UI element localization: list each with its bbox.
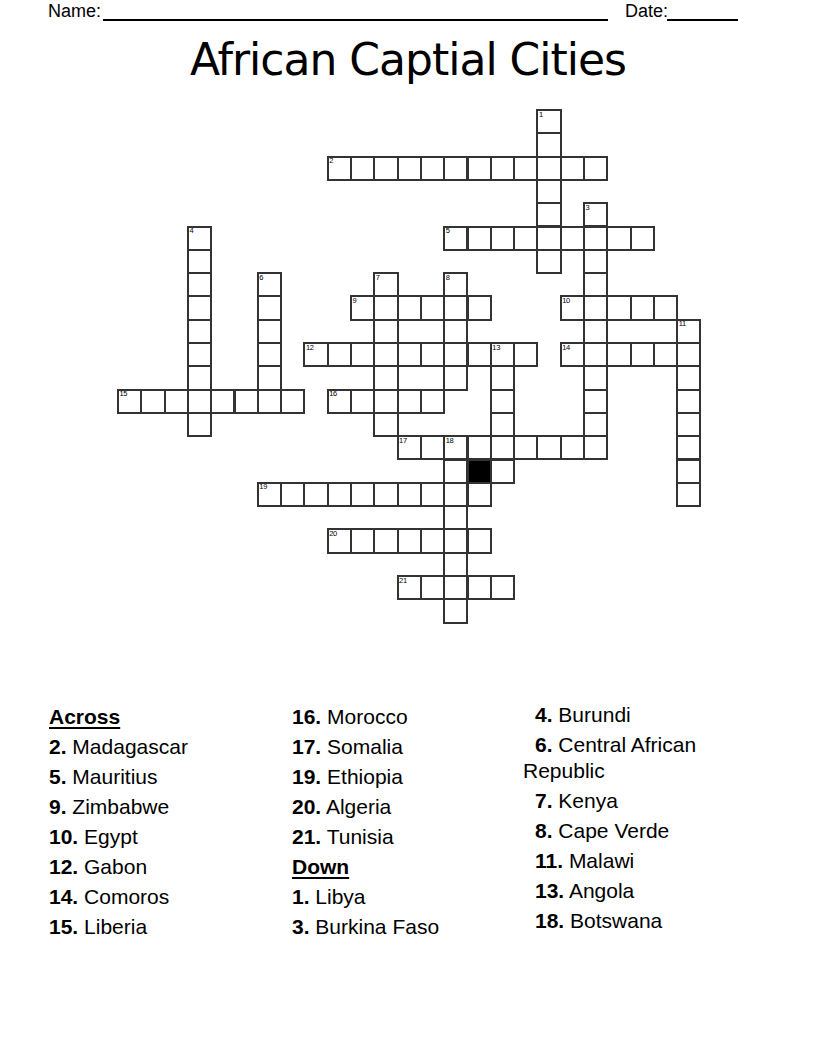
grid-cell-r18c10[interactable] bbox=[351, 529, 374, 552]
grid-cell-r5c21[interactable] bbox=[607, 227, 630, 250]
clue-across-16: 16. Morocco bbox=[292, 702, 517, 732]
grid-cell-r2c9[interactable]: 2 bbox=[328, 157, 351, 180]
grid-cell-r8c11[interactable] bbox=[374, 296, 397, 319]
grid-cell-r8c19[interactable]: 10 bbox=[561, 296, 584, 319]
grid-cell-r2c10[interactable] bbox=[351, 157, 374, 180]
grid-cell-r9c11[interactable] bbox=[374, 320, 397, 343]
clue-across-14: 14. Comoros bbox=[49, 882, 284, 912]
grid-cell-r12c12[interactable] bbox=[398, 390, 421, 413]
grid-cell-r12c5[interactable] bbox=[235, 390, 258, 413]
grid-cell-r10c10[interactable] bbox=[351, 343, 374, 366]
grid-cell-r2c17[interactable] bbox=[514, 157, 537, 180]
grid-cell-r10c14[interactable] bbox=[444, 343, 467, 366]
grid-cell-r2c11[interactable] bbox=[374, 157, 397, 180]
grid-cell-r12c2[interactable] bbox=[165, 390, 188, 413]
clue-down-6: 6. Central African Republic bbox=[523, 732, 698, 784]
grid-cell-r20c15[interactable] bbox=[468, 576, 491, 599]
grid-cell-r16c6[interactable]: 19 bbox=[258, 483, 281, 506]
grid-cell-r8c13[interactable] bbox=[421, 296, 444, 319]
clue-column-3: 4. Burundi6. Central African Republic7. … bbox=[523, 702, 698, 938]
cell-number-12: 12 bbox=[306, 344, 314, 352]
grid-cell-r11c11[interactable] bbox=[374, 366, 397, 389]
grid-cell-r8c6[interactable] bbox=[258, 296, 281, 319]
grid-cell-r9c24[interactable]: 11 bbox=[677, 320, 700, 343]
clue-across-21: 21. Tunisia bbox=[292, 822, 517, 852]
grid-cell-r11c20[interactable] bbox=[584, 366, 607, 389]
cell-number-21: 21 bbox=[399, 577, 407, 585]
grid-cell-r8c21[interactable] bbox=[607, 296, 630, 319]
grid-cell-r14c12[interactable]: 17 bbox=[398, 436, 421, 459]
grid-cell-r7c11[interactable]: 7 bbox=[374, 273, 397, 296]
grid-cell-r15c14[interactable] bbox=[444, 460, 467, 483]
grid-cell-r10c8[interactable]: 12 bbox=[304, 343, 327, 366]
grid-cell-r10c3[interactable] bbox=[188, 343, 211, 366]
grid-cell-r10c11[interactable] bbox=[374, 343, 397, 366]
grid-cell-r5c15[interactable] bbox=[468, 227, 491, 250]
grid-cell-r17c14[interactable] bbox=[444, 506, 467, 529]
grid-cell-r12c11[interactable] bbox=[374, 390, 397, 413]
grid-cell-r10c24[interactable] bbox=[677, 343, 700, 366]
clue-down-18: 18. Botswana bbox=[523, 908, 698, 934]
grid-cell-r20c13[interactable] bbox=[421, 576, 444, 599]
grid-cell-r3c18[interactable] bbox=[537, 180, 560, 203]
grid-cell-r12c7[interactable] bbox=[281, 390, 304, 413]
grid-cell-r8c20[interactable] bbox=[584, 296, 607, 319]
grid-cell-r7c20[interactable] bbox=[584, 273, 607, 296]
clue-down-4: 4. Burundi bbox=[523, 702, 698, 728]
grid-cell-r8c22[interactable] bbox=[631, 296, 654, 319]
clue-across-5: 5. Mauritius bbox=[49, 762, 284, 792]
name-blank-line[interactable] bbox=[103, 0, 608, 21]
grid-cell-r2c16[interactable] bbox=[491, 157, 514, 180]
cell-number-20: 20 bbox=[329, 530, 337, 538]
grid-cell-r12c16[interactable] bbox=[491, 390, 514, 413]
cell-number-2: 2 bbox=[329, 157, 333, 165]
cell-number-8: 8 bbox=[446, 274, 450, 282]
grid-cell-r21c14[interactable] bbox=[444, 599, 467, 622]
date-label: Date: bbox=[625, 1, 668, 21]
grid-cell-r16c14[interactable] bbox=[444, 483, 467, 506]
grid-cell-r12c4[interactable] bbox=[211, 390, 234, 413]
grid-cell-r9c6[interactable] bbox=[258, 320, 281, 343]
grid-cell-r12c1[interactable] bbox=[141, 390, 164, 413]
grid-cell-r18c12[interactable] bbox=[398, 529, 421, 552]
grid-cell-r13c3[interactable] bbox=[188, 413, 211, 436]
clue-down-8: 8. Cape Verde bbox=[523, 818, 698, 844]
grid-cell-r2c20[interactable] bbox=[584, 157, 607, 180]
grid-cell-r14c16[interactable] bbox=[491, 436, 514, 459]
cell-number-1: 1 bbox=[539, 111, 543, 119]
grid-cell-r14c18[interactable] bbox=[537, 436, 560, 459]
grid-cell-r8c14[interactable] bbox=[444, 296, 467, 319]
grid-cell-r5c19[interactable] bbox=[561, 227, 584, 250]
cell-number-5: 5 bbox=[446, 227, 450, 235]
grid-cell-r19c14[interactable] bbox=[444, 553, 467, 576]
grid-cell-r12c6[interactable] bbox=[258, 390, 281, 413]
grid-cell-r10c21[interactable] bbox=[607, 343, 630, 366]
cell-number-15: 15 bbox=[120, 390, 128, 398]
grid-cell-r15c24[interactable] bbox=[677, 460, 700, 483]
grid-cell-r0c18[interactable]: 1 bbox=[537, 110, 560, 133]
grid-cell-r20c14[interactable] bbox=[444, 576, 467, 599]
grid-cell-r16c12[interactable] bbox=[398, 483, 421, 506]
grid-cell-r6c3[interactable] bbox=[188, 250, 211, 273]
grid-cell-r12c3[interactable] bbox=[188, 390, 211, 413]
cell-number-7: 7 bbox=[376, 274, 380, 282]
clue-across-2: 2. Madagascar bbox=[49, 732, 284, 762]
crossword-grid: 123456789101112131415161718192021 bbox=[118, 110, 701, 623]
grid-cell-r13c24[interactable] bbox=[677, 413, 700, 436]
grid-cell-r8c15[interactable] bbox=[468, 296, 491, 319]
grid-cell-r11c16[interactable] bbox=[491, 366, 514, 389]
clue-across-19: 19. Ethiopia bbox=[292, 762, 517, 792]
clue-across-20: 20. Algeria bbox=[292, 792, 517, 822]
grid-cell-r12c13[interactable] bbox=[421, 390, 444, 413]
cell-number-19: 19 bbox=[259, 483, 267, 491]
grid-cell-r9c3[interactable] bbox=[188, 320, 211, 343]
grid-cell-r2c18[interactable] bbox=[537, 157, 560, 180]
grid-cell-r18c9[interactable]: 20 bbox=[328, 529, 351, 552]
grid-cell-r10c6[interactable] bbox=[258, 343, 281, 366]
grid-cell-r14c19[interactable] bbox=[561, 436, 584, 459]
grid-cell-r18c13[interactable] bbox=[421, 529, 444, 552]
grid-cell-r13c20[interactable] bbox=[584, 413, 607, 436]
clue-across-9: 9. Zimbabwe bbox=[49, 792, 284, 822]
grid-cell-r14c15[interactable] bbox=[468, 436, 491, 459]
clue-down-3: 3. Burkina Faso bbox=[292, 912, 517, 942]
grid-cell-r10c9[interactable] bbox=[328, 343, 351, 366]
grid-cell-r14c20[interactable] bbox=[584, 436, 607, 459]
grid-cell-r13c11[interactable] bbox=[374, 413, 397, 436]
grid-cell-r10c16[interactable]: 13 bbox=[491, 343, 514, 366]
cell-number-14: 14 bbox=[562, 344, 570, 352]
page-title: African Captial Cities bbox=[0, 35, 816, 85]
grid-cell-r5c20[interactable] bbox=[584, 227, 607, 250]
grid-cell-r11c3[interactable] bbox=[188, 366, 211, 389]
grid-cell-r16c7[interactable] bbox=[281, 483, 304, 506]
grid-cell-r2c12[interactable] bbox=[398, 157, 421, 180]
grid-cell-r8c3[interactable] bbox=[188, 296, 211, 319]
cell-number-3: 3 bbox=[586, 204, 590, 212]
grid-cell-r16c9[interactable] bbox=[328, 483, 351, 506]
across-heading: Across bbox=[49, 702, 284, 732]
grid-cell-r7c14[interactable]: 8 bbox=[444, 273, 467, 296]
grid-cell-r7c6[interactable]: 6 bbox=[258, 273, 281, 296]
grid-cell-r12c20[interactable] bbox=[584, 390, 607, 413]
date-blank-line[interactable] bbox=[667, 0, 738, 21]
grid-cell-r1c18[interactable] bbox=[537, 133, 560, 156]
clue-column-1: Across2. Madagascar5. Mauritius9. Zimbab… bbox=[49, 702, 284, 942]
clue-down-11: 11. Malawi bbox=[523, 848, 698, 874]
grid-cell-r10c19[interactable]: 14 bbox=[561, 343, 584, 366]
grid-cell-r16c15[interactable] bbox=[468, 483, 491, 506]
grid-cell-r10c22[interactable] bbox=[631, 343, 654, 366]
grid-cell-r16c24[interactable] bbox=[677, 483, 700, 506]
grid-cell-r2c15[interactable] bbox=[468, 157, 491, 180]
grid-cell-r6c18[interactable] bbox=[537, 250, 560, 273]
cell-number-6: 6 bbox=[259, 274, 263, 282]
clue-down-1: 1. Libya bbox=[292, 882, 517, 912]
clue-column-2: 16. Morocco17. Somalia19. Ethiopia20. Al… bbox=[292, 702, 517, 942]
grid-cell-r14c17[interactable] bbox=[514, 436, 537, 459]
grid-cell-r12c9[interactable]: 16 bbox=[328, 390, 351, 413]
grid-cell-r10c15[interactable] bbox=[468, 343, 491, 366]
clue-down-13: 13. Angola bbox=[523, 878, 698, 904]
down-heading: Down bbox=[292, 852, 517, 882]
grid-cell-r16c13[interactable] bbox=[421, 483, 444, 506]
grid-cell-r5c16[interactable] bbox=[491, 227, 514, 250]
clue-across-17: 17. Somalia bbox=[292, 732, 517, 762]
grid-cell-r5c14[interactable]: 5 bbox=[444, 227, 467, 250]
grid-cell-r2c13[interactable] bbox=[421, 157, 444, 180]
grid-cell-r5c3[interactable]: 4 bbox=[188, 227, 211, 250]
clue-down-7: 7. Kenya bbox=[523, 788, 698, 814]
grid-cell-r8c12[interactable] bbox=[398, 296, 421, 319]
grid-cell-r12c24[interactable] bbox=[677, 390, 700, 413]
cell-number-4: 4 bbox=[189, 227, 193, 235]
grid-cell-r4c18[interactable] bbox=[537, 203, 560, 226]
grid-cell-r5c17[interactable] bbox=[514, 227, 537, 250]
name-label: Name: bbox=[48, 1, 101, 21]
cell-number-11: 11 bbox=[679, 320, 686, 328]
grid-cell-r18c14[interactable] bbox=[444, 529, 467, 552]
grid-cell-r18c11[interactable] bbox=[374, 529, 397, 552]
grid-cell-r20c12[interactable]: 21 bbox=[398, 576, 421, 599]
grid-cell-r12c10[interactable] bbox=[351, 390, 374, 413]
cell-number-9: 9 bbox=[353, 297, 357, 305]
grid-cell-r12c0[interactable]: 15 bbox=[118, 390, 141, 413]
cell-number-13: 13 bbox=[492, 344, 500, 352]
grid-cell-r18c15[interactable] bbox=[468, 529, 491, 552]
grid-cell-r6c20[interactable] bbox=[584, 250, 607, 273]
grid-cell-r16c10[interactable] bbox=[351, 483, 374, 506]
grid-cell-r10c13[interactable] bbox=[421, 343, 444, 366]
cell-number-17: 17 bbox=[399, 437, 407, 445]
grid-cell-r5c22[interactable] bbox=[631, 227, 654, 250]
grid-cell-r13c16[interactable] bbox=[491, 413, 514, 436]
cell-number-16: 16 bbox=[329, 390, 337, 398]
grid-cell-r5c18[interactable] bbox=[537, 227, 560, 250]
grid-cell-r14c13[interactable] bbox=[421, 436, 444, 459]
clue-across-12: 12. Gabon bbox=[49, 852, 284, 882]
grid-cell-r11c14[interactable] bbox=[444, 366, 467, 389]
grid-cell-r16c11[interactable] bbox=[374, 483, 397, 506]
clue-across-10: 10. Egypt bbox=[49, 822, 284, 852]
clue-across-15: 15. Liberia bbox=[49, 912, 284, 942]
grid-cell-r20c16[interactable] bbox=[491, 576, 514, 599]
grid-cell-r10c20[interactable] bbox=[584, 343, 607, 366]
grid-cell-r14c24[interactable] bbox=[677, 436, 700, 459]
black-cell bbox=[468, 460, 491, 483]
grid-cell-r7c3[interactable] bbox=[188, 273, 211, 296]
grid-cell-r15c16[interactable] bbox=[491, 460, 514, 483]
cell-number-10: 10 bbox=[562, 297, 570, 305]
grid-cell-r8c23[interactable] bbox=[654, 296, 677, 319]
grid-cell-r9c14[interactable] bbox=[444, 320, 467, 343]
grid-cell-r10c12[interactable] bbox=[398, 343, 421, 366]
grid-cell-r2c19[interactable] bbox=[561, 157, 584, 180]
grid-cell-r14c14[interactable]: 18 bbox=[444, 436, 467, 459]
grid-cell-r10c23[interactable] bbox=[654, 343, 677, 366]
grid-cell-r16c8[interactable] bbox=[304, 483, 327, 506]
grid-cell-r9c20[interactable] bbox=[584, 320, 607, 343]
grid-cell-r8c10[interactable]: 9 bbox=[351, 296, 374, 319]
cell-number-18: 18 bbox=[446, 437, 454, 445]
grid-cell-r11c24[interactable] bbox=[677, 366, 700, 389]
grid-cell-r11c6[interactable] bbox=[258, 366, 281, 389]
grid-cell-r10c17[interactable] bbox=[514, 343, 537, 366]
grid-cell-r4c20[interactable]: 3 bbox=[584, 203, 607, 226]
grid-cell-r2c14[interactable] bbox=[444, 157, 467, 180]
